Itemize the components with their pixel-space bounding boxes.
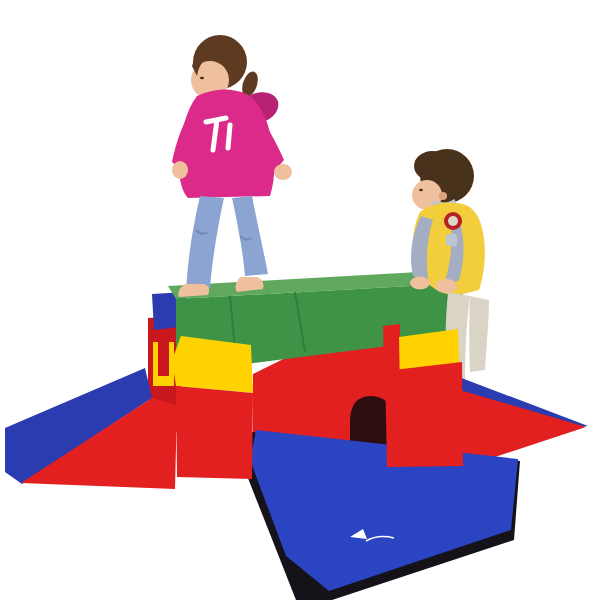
left-tower bbox=[172, 336, 253, 479]
boy-ear bbox=[439, 192, 447, 200]
girl-left-hand bbox=[172, 161, 188, 179]
girl-back-foot bbox=[178, 284, 209, 297]
boy-hair-front bbox=[414, 151, 450, 181]
boy-left-hand bbox=[410, 277, 430, 290]
girl-eye bbox=[200, 77, 204, 79]
scene-canvas bbox=[0, 0, 600, 600]
channel-block-channel-inset bbox=[158, 342, 169, 376]
right-tower-red-body bbox=[385, 362, 463, 467]
left-tower-red-body bbox=[176, 386, 253, 479]
boy-right-hand bbox=[435, 279, 457, 293]
right-tower-red-post bbox=[383, 324, 400, 372]
boy-lower-patch bbox=[446, 234, 457, 246]
boy-shoulder-patch-center bbox=[448, 216, 458, 226]
soft-play-product-photo bbox=[0, 0, 600, 600]
left-tower-yellow-top bbox=[172, 336, 253, 393]
girl-right-hand bbox=[274, 164, 292, 180]
boy-eye bbox=[419, 189, 423, 191]
right-tower bbox=[383, 324, 463, 467]
